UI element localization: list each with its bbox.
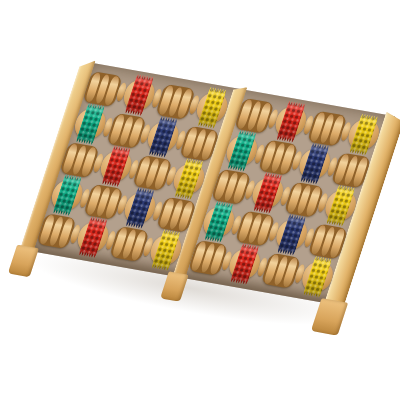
ribbed-wood-roller <box>132 154 173 190</box>
spike-band-red <box>78 216 108 258</box>
spike-band-yellow <box>174 158 204 200</box>
spike-band-blue <box>300 142 330 184</box>
ribbed-wood-roller <box>307 110 348 146</box>
spike-band-red <box>276 101 306 143</box>
ribbed-wood-roller <box>156 196 197 232</box>
ribbed-wood-roller <box>234 97 275 133</box>
ribbed-wood-roller <box>155 83 196 119</box>
ribbed-wood-roller <box>211 168 252 204</box>
ribbed-wood-roller <box>179 125 220 161</box>
spike-band-red <box>253 172 283 214</box>
product-photo-scene <box>0 0 400 400</box>
spike-band-blue <box>125 187 155 229</box>
spike-band-red <box>124 74 154 116</box>
ribbed-wood-roller <box>284 181 325 217</box>
spike-band-red <box>230 243 260 285</box>
spike-band-teal <box>75 103 105 145</box>
roller-rows <box>34 68 384 302</box>
spike-band-red <box>101 145 131 187</box>
spike-band-teal <box>227 130 257 172</box>
spike-band-teal <box>204 201 234 243</box>
spike-band-blue <box>148 116 178 158</box>
spike-band-teal <box>52 174 82 216</box>
ribbed-wood-roller <box>235 210 276 246</box>
ribbed-wood-roller <box>188 239 229 275</box>
ribbed-wood-roller <box>258 139 299 175</box>
spike-band-blue <box>277 213 307 255</box>
ribbed-wood-roller <box>109 225 150 261</box>
ribbed-wood-roller <box>106 112 147 148</box>
ribbed-wood-roller <box>261 252 302 288</box>
spike-band-yellow <box>197 87 227 129</box>
ribbed-wood-roller <box>83 183 124 219</box>
foot-massage-roller <box>10 58 400 338</box>
spike-band-yellow <box>151 229 181 271</box>
